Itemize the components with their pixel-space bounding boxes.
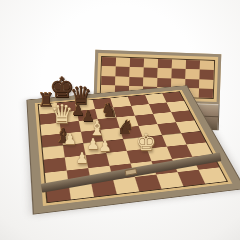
board-perspective-scene (8, 66, 232, 200)
board-edge-clasp (124, 168, 137, 176)
open-chessboard (26, 85, 240, 214)
product-photo-stage: ♜♚♛♟♟♞♞♝♛♝♟♟♟♚♟ (0, 0, 240, 240)
